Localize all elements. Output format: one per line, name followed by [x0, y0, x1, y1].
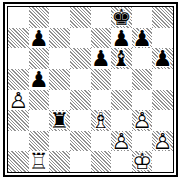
piece-glyph: ♙ [153, 131, 173, 153]
piece-glyph: ♜ [50, 110, 70, 132]
square-c1[interactable] [49, 151, 70, 172]
piece-halo: ♟ [112, 28, 132, 50]
piece-glyph: ♔ [132, 151, 152, 173]
square-d2[interactable] [70, 131, 91, 152]
piece-wP-g3: ♟♙ [132, 110, 153, 131]
square-e6[interactable]: ♟♟ [91, 48, 112, 69]
square-a3[interactable] [8, 110, 29, 131]
piece-bP-h6: ♟♟ [152, 48, 173, 69]
piece-halo: ♟ [112, 131, 132, 153]
piece-halo: ♟ [29, 69, 49, 91]
square-f8[interactable]: ♚♚ [111, 7, 132, 28]
piece-wP-a4: ♟♙ [8, 90, 29, 111]
square-c8[interactable] [49, 7, 70, 28]
chess-diagram-frame: ♚♚♟♟♟♟♟♟♟♟♝♝♟♟♟♟♟♙♜♜♝♗♟♙♟♙♟♙♜♖♚♔ [3, 2, 178, 177]
piece-wB-e3: ♝♗ [91, 110, 112, 131]
square-f3[interactable] [111, 110, 132, 131]
piece-halo: ♟ [153, 131, 173, 153]
piece-bR-c3: ♜♜ [49, 110, 70, 131]
square-d1[interactable] [70, 151, 91, 172]
square-g4[interactable] [132, 90, 153, 111]
piece-halo: ♟ [132, 28, 152, 50]
square-a7[interactable] [8, 28, 29, 49]
square-c5[interactable] [49, 69, 70, 90]
square-c6[interactable] [49, 48, 70, 69]
square-b5[interactable]: ♟♟ [29, 69, 50, 90]
piece-halo: ♟ [29, 28, 49, 50]
square-h5[interactable] [152, 69, 173, 90]
piece-halo: ♟ [132, 110, 152, 132]
chess-board: ♚♚♟♟♟♟♟♟♟♟♝♝♟♟♟♟♟♙♜♜♝♗♟♙♟♙♟♙♜♖♚♔ [8, 7, 173, 172]
square-b6[interactable] [29, 48, 50, 69]
square-d5[interactable] [70, 69, 91, 90]
square-h3[interactable] [152, 110, 173, 131]
square-b1[interactable]: ♜♖ [29, 151, 50, 172]
square-f4[interactable] [111, 90, 132, 111]
square-h6[interactable]: ♟♟ [152, 48, 173, 69]
piece-bP-e6: ♟♟ [91, 48, 112, 69]
square-d6[interactable] [70, 48, 91, 69]
piece-halo: ♜ [29, 151, 49, 173]
piece-wR-b1: ♜♖ [29, 151, 50, 172]
square-h7[interactable] [152, 28, 173, 49]
piece-glyph: ♟ [91, 48, 111, 70]
square-e1[interactable] [91, 151, 112, 172]
square-g1[interactable]: ♚♔ [132, 151, 153, 172]
square-d7[interactable] [70, 28, 91, 49]
square-b3[interactable] [29, 110, 50, 131]
square-a4[interactable]: ♟♙ [8, 90, 29, 111]
piece-halo: ♟ [91, 48, 111, 70]
square-c3[interactable]: ♜♜ [49, 110, 70, 131]
piece-glyph: ♙ [112, 131, 132, 153]
piece-halo: ♜ [50, 110, 70, 132]
piece-bP-b5: ♟♟ [29, 69, 50, 90]
piece-glyph: ♟ [153, 48, 173, 70]
piece-glyph: ♗ [91, 110, 111, 132]
square-e5[interactable] [91, 69, 112, 90]
square-f6[interactable]: ♝♝ [111, 48, 132, 69]
piece-bP-f7: ♟♟ [111, 28, 132, 49]
square-g2[interactable] [132, 131, 153, 152]
piece-bP-b7: ♟♟ [29, 28, 50, 49]
piece-glyph: ♟ [132, 28, 152, 50]
square-h8[interactable] [152, 7, 173, 28]
square-h2[interactable]: ♟♙ [152, 131, 173, 152]
square-g7[interactable]: ♟♟ [132, 28, 153, 49]
piece-bB-f6: ♝♝ [111, 48, 132, 69]
piece-halo: ♝ [91, 110, 111, 132]
square-f7[interactable]: ♟♟ [111, 28, 132, 49]
piece-glyph: ♝ [112, 48, 132, 70]
square-f2[interactable]: ♟♙ [111, 131, 132, 152]
piece-halo: ♝ [112, 48, 132, 70]
piece-wK-g1: ♚♔ [132, 151, 153, 172]
piece-halo: ♚ [132, 151, 152, 173]
square-h1[interactable] [152, 151, 173, 172]
square-g3[interactable]: ♟♙ [132, 110, 153, 131]
piece-wP-f2: ♟♙ [111, 131, 132, 152]
square-f1[interactable] [111, 151, 132, 172]
square-a5[interactable] [8, 69, 29, 90]
square-b8[interactable] [29, 7, 50, 28]
piece-wP-h2: ♟♙ [152, 131, 173, 152]
square-e2[interactable] [91, 131, 112, 152]
square-a6[interactable] [8, 48, 29, 69]
square-d8[interactable] [70, 7, 91, 28]
square-g5[interactable] [132, 69, 153, 90]
chess-diagram-inner-frame: ♚♚♟♟♟♟♟♟♟♟♝♝♟♟♟♟♟♙♜♜♝♗♟♙♟♙♟♙♜♖♚♔ [7, 6, 174, 173]
square-e3[interactable]: ♝♗ [91, 110, 112, 131]
square-d4[interactable] [70, 90, 91, 111]
piece-halo: ♟ [153, 48, 173, 70]
piece-glyph: ♟ [29, 28, 49, 50]
square-a8[interactable] [8, 7, 29, 28]
square-b7[interactable]: ♟♟ [29, 28, 50, 49]
piece-bK-f8: ♚♚ [111, 7, 132, 28]
piece-glyph: ♚ [112, 7, 132, 29]
square-b4[interactable] [29, 90, 50, 111]
piece-glyph: ♖ [29, 151, 49, 173]
square-h4[interactable] [152, 90, 173, 111]
piece-glyph: ♟ [112, 28, 132, 50]
square-f5[interactable] [111, 69, 132, 90]
square-g6[interactable] [132, 48, 153, 69]
square-c4[interactable] [49, 90, 70, 111]
piece-glyph: ♙ [8, 90, 28, 112]
square-g8[interactable] [132, 7, 153, 28]
square-a1[interactable] [8, 151, 29, 172]
square-e7[interactable] [91, 28, 112, 49]
piece-bP-g7: ♟♟ [132, 28, 153, 49]
piece-halo: ♚ [112, 7, 132, 29]
piece-glyph: ♟ [29, 69, 49, 91]
piece-glyph: ♙ [132, 110, 152, 132]
square-a2[interactable] [8, 131, 29, 152]
square-e4[interactable] [91, 90, 112, 111]
square-c2[interactable] [49, 131, 70, 152]
piece-halo: ♟ [8, 90, 28, 112]
square-b2[interactable] [29, 131, 50, 152]
square-d3[interactable] [70, 110, 91, 131]
square-e8[interactable] [91, 7, 112, 28]
square-c7[interactable] [49, 28, 70, 49]
